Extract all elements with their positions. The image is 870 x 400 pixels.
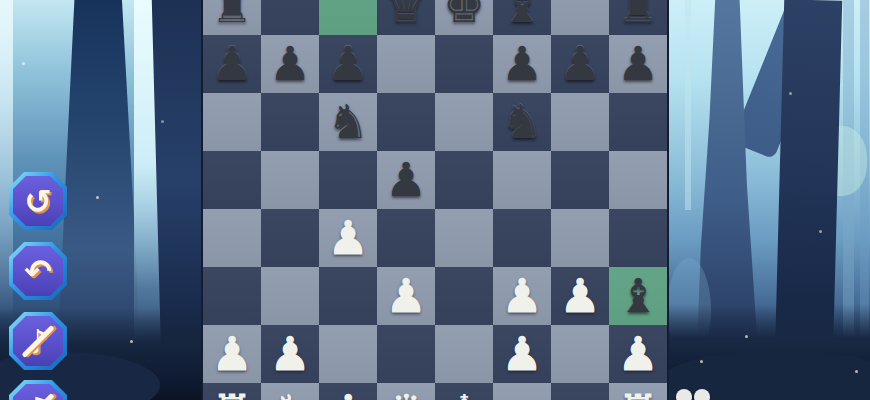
square-e7[interactable] <box>435 35 493 93</box>
square-f5[interactable] <box>493 151 551 209</box>
square-f1[interactable] <box>493 383 551 400</box>
square-d5[interactable]: ♟ <box>377 151 435 209</box>
square-c7[interactable]: ♟ <box>319 35 377 93</box>
square-a5[interactable] <box>203 151 261 209</box>
piece-white-knight[interactable]: ♞ <box>261 383 319 400</box>
piece-white-pawn[interactable]: ♟ <box>203 325 261 383</box>
square-e5[interactable] <box>435 151 493 209</box>
firefly <box>789 92 792 95</box>
square-e1[interactable]: ♚ <box>435 383 493 400</box>
firefly <box>96 196 99 199</box>
square-f4[interactable] <box>493 209 551 267</box>
piece-white-pawn[interactable]: ♟ <box>319 209 377 267</box>
chess-board: ♜♛♚♝♜♟♟♟♟♟♟♞♞♟♟♟♟♟♝♟♟♟♟♜♞♝♛♚♜ <box>203 0 667 400</box>
square-g4[interactable] <box>551 209 609 267</box>
square-a7[interactable]: ♟ <box>203 35 261 93</box>
square-e3[interactable] <box>435 267 493 325</box>
music-off-button[interactable]: ♪ <box>9 312 67 370</box>
square-h4[interactable] <box>609 209 667 267</box>
square-h6[interactable] <box>609 93 667 151</box>
piece-white-pawn[interactable]: ♟ <box>261 325 319 383</box>
square-a3[interactable] <box>203 267 261 325</box>
piece-black-knight[interactable]: ♞ <box>493 93 551 151</box>
square-e6[interactable] <box>435 93 493 151</box>
square-c1[interactable]: ♝ <box>319 383 377 400</box>
piece-white-pawn[interactable]: ♟ <box>377 267 435 325</box>
square-b3[interactable] <box>261 267 319 325</box>
piece-black-pawn[interactable]: ♟ <box>377 151 435 209</box>
square-f7[interactable]: ♟ <box>493 35 551 93</box>
square-a8[interactable]: ♜ <box>203 0 261 35</box>
piece-black-bishop[interactable]: ♝ <box>609 267 667 325</box>
square-c6[interactable]: ♞ <box>319 93 377 151</box>
piece-black-rook[interactable]: ♜ <box>203 0 261 35</box>
square-c8[interactable] <box>319 0 377 35</box>
square-c4[interactable]: ♟ <box>319 209 377 267</box>
square-d4[interactable] <box>377 209 435 267</box>
piece-black-pawn[interactable]: ♟ <box>609 35 667 93</box>
firefly <box>745 335 748 338</box>
square-b8[interactable] <box>261 0 319 35</box>
square-f6[interactable]: ♞ <box>493 93 551 151</box>
square-h5[interactable] <box>609 151 667 209</box>
firefly <box>22 62 25 65</box>
square-d2[interactable] <box>377 325 435 383</box>
undo-icon: ↶ <box>24 255 52 288</box>
square-b6[interactable] <box>261 93 319 151</box>
square-d3[interactable]: ♟ <box>377 267 435 325</box>
square-g8[interactable] <box>551 0 609 35</box>
piece-black-pawn[interactable]: ♟ <box>551 35 609 93</box>
square-b5[interactable] <box>261 151 319 209</box>
square-b2[interactable]: ♟ <box>261 325 319 383</box>
square-b4[interactable] <box>261 209 319 267</box>
square-h1[interactable]: ♜ <box>609 383 667 400</box>
square-f8[interactable]: ♝ <box>493 0 551 35</box>
square-e2[interactable] <box>435 325 493 383</box>
piece-black-pawn[interactable]: ♟ <box>493 35 551 93</box>
firefly <box>855 370 858 373</box>
distant-tree-trunk <box>685 0 691 210</box>
button-face: ♫ <box>13 384 63 400</box>
square-a4[interactable] <box>203 209 261 267</box>
button-face: ↺ <box>13 176 63 226</box>
square-e8[interactable]: ♚ <box>435 0 493 35</box>
firefly <box>130 340 133 343</box>
firefly <box>819 230 822 233</box>
square-d1[interactable]: ♛ <box>377 383 435 400</box>
piece-black-pawn[interactable]: ♟ <box>203 35 261 93</box>
square-d6[interactable] <box>377 93 435 151</box>
square-g7[interactable]: ♟ <box>551 35 609 93</box>
undo-button[interactable]: ↶ <box>9 242 67 300</box>
square-f2[interactable]: ♟ <box>493 325 551 383</box>
piece-black-pawn[interactable]: ♟ <box>261 35 319 93</box>
square-b1[interactable]: ♞ <box>261 383 319 400</box>
piece-white-queen[interactable]: ♛ <box>377 383 435 400</box>
square-g6[interactable] <box>551 93 609 151</box>
square-g1[interactable] <box>551 383 609 400</box>
square-f3[interactable]: ♟ <box>493 267 551 325</box>
piece-black-bishop[interactable]: ♝ <box>493 0 551 35</box>
white-piece-top <box>676 389 692 400</box>
partial-white-piece-peek <box>676 389 716 400</box>
piece-black-rook[interactable]: ♜ <box>609 0 667 35</box>
piece-black-queen[interactable]: ♛ <box>377 0 435 35</box>
square-c5[interactable] <box>319 151 377 209</box>
square-h2[interactable]: ♟ <box>609 325 667 383</box>
square-h8[interactable]: ♜ <box>609 0 667 35</box>
button-face: ↶ <box>13 246 63 296</box>
piece-white-rook[interactable]: ♜ <box>609 383 667 400</box>
piece-white-bishop[interactable]: ♝ <box>319 383 377 400</box>
restart-button[interactable]: ↺ <box>9 172 67 230</box>
square-g2[interactable] <box>551 325 609 383</box>
piece-black-king[interactable]: ♚ <box>435 0 493 35</box>
piece-black-knight[interactable]: ♞ <box>319 93 377 151</box>
square-h7[interactable]: ♟ <box>609 35 667 93</box>
piece-white-pawn[interactable]: ♟ <box>493 325 551 383</box>
forest-background-right <box>667 0 870 400</box>
square-a6[interactable] <box>203 93 261 151</box>
square-c2[interactable] <box>319 325 377 383</box>
square-d8[interactable]: ♛ <box>377 0 435 35</box>
piece-white-pawn[interactable]: ♟ <box>609 325 667 383</box>
restart-icon: ↺ <box>24 185 52 218</box>
square-a1[interactable]: ♜ <box>203 383 261 400</box>
piece-white-rook[interactable]: ♜ <box>203 383 261 400</box>
firefly <box>700 360 703 363</box>
square-e4[interactable] <box>435 209 493 267</box>
square-c3[interactable] <box>319 267 377 325</box>
piece-white-pawn[interactable]: ♟ <box>493 267 551 325</box>
piece-white-king[interactable]: ♚ <box>435 383 493 400</box>
button-face: ♪ <box>13 316 63 366</box>
square-h3[interactable]: ♝ <box>609 267 667 325</box>
square-g5[interactable] <box>551 151 609 209</box>
piece-black-pawn[interactable]: ♟ <box>319 35 377 93</box>
square-d7[interactable] <box>377 35 435 93</box>
piece-white-pawn[interactable]: ♟ <box>551 267 609 325</box>
square-g3[interactable]: ♟ <box>551 267 609 325</box>
square-a2[interactable]: ♟ <box>203 325 261 383</box>
square-b7[interactable]: ♟ <box>261 35 319 93</box>
white-piece-top <box>694 389 710 400</box>
firefly <box>161 120 164 123</box>
